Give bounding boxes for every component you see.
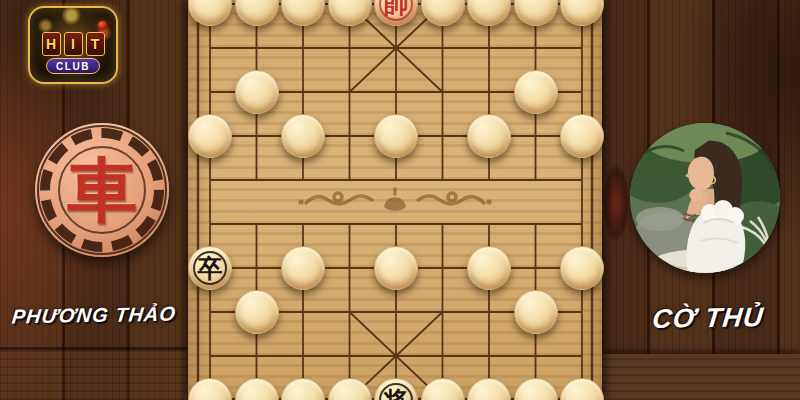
piece-character: 将 (384, 388, 409, 400)
bottom-left-plank (0, 350, 188, 400)
piece-character: 卒 (198, 256, 223, 281)
piece-blank (514, 290, 558, 334)
piece-blank (467, 246, 511, 290)
cherry-icon (98, 21, 107, 30)
river-ornament (298, 189, 491, 211)
reel-letter: H (42, 32, 61, 56)
hit-club-logo: H I T CLUB (28, 6, 118, 84)
player-name: PHƯƠNG THẢO (5, 302, 184, 328)
slot-reels: H I T (30, 32, 116, 56)
player-photo (630, 123, 780, 273)
piece-blank (374, 114, 418, 158)
piece-black-soldier: 卒 (188, 246, 232, 290)
piece-character: 帥 (384, 0, 409, 17)
piece-blank (374, 246, 418, 290)
piece-blank (560, 246, 604, 290)
piece-blank (560, 114, 604, 158)
bottom-right-plank (602, 354, 800, 400)
reel-letter: I (64, 32, 83, 56)
piece-blank (281, 246, 325, 290)
xiangqi-board: 帥卒将 (188, 0, 602, 400)
club-label: CLUB (46, 58, 100, 74)
wood-knot (603, 165, 629, 241)
piece-blank (281, 114, 325, 158)
xiangqi-banner: 帥卒将 H I T CLUB 車 PHƯƠNG THẢO (0, 0, 800, 400)
piece-blank (235, 70, 279, 114)
player-photo-art (630, 123, 780, 273)
piece-blank (188, 114, 232, 158)
rook-medallion: 車 (35, 123, 169, 257)
caption: CỜ THỦ (618, 301, 798, 335)
piece-blank (235, 290, 279, 334)
piece-blank (514, 70, 558, 114)
piece-blank (467, 114, 511, 158)
medallion-inner-ring (58, 146, 146, 234)
reel-letter: T (86, 32, 105, 56)
board-grid (188, 0, 602, 400)
